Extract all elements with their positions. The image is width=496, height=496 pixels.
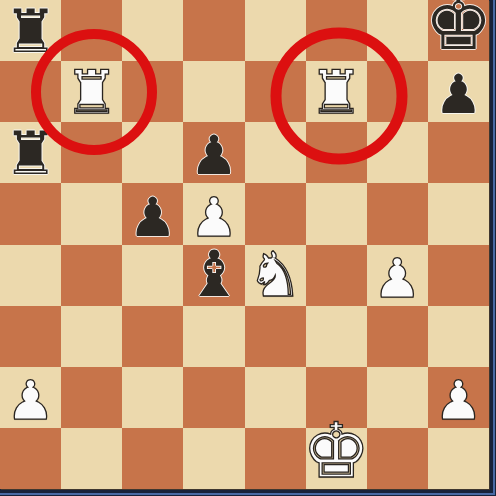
square-d6 <box>183 122 244 183</box>
square-b6 <box>61 122 122 183</box>
square-b5 <box>61 183 122 244</box>
square-f8 <box>306 0 367 61</box>
square-d5 <box>183 183 244 244</box>
square-g8 <box>367 0 428 61</box>
square-b4 <box>61 245 122 306</box>
board-frame: ♜♚♜♜♟♜♟♟♟♝♞♟♟♟♚ <box>0 0 496 496</box>
square-d1 <box>183 428 244 489</box>
square-f2 <box>306 367 367 428</box>
square-h1 <box>428 428 489 489</box>
square-g2 <box>367 367 428 428</box>
square-f4 <box>306 245 367 306</box>
square-d2 <box>183 367 244 428</box>
square-f7 <box>306 61 367 122</box>
square-g3 <box>367 306 428 367</box>
square-c1 <box>122 428 183 489</box>
square-g4 <box>367 245 428 306</box>
square-g7 <box>367 61 428 122</box>
square-e4 <box>245 245 306 306</box>
square-b8 <box>61 0 122 61</box>
square-e6 <box>245 122 306 183</box>
square-d3 <box>183 306 244 367</box>
square-b7 <box>61 61 122 122</box>
square-a2 <box>0 367 61 428</box>
square-b2 <box>61 367 122 428</box>
square-h6 <box>428 122 489 183</box>
square-e3 <box>245 306 306 367</box>
square-f6 <box>306 122 367 183</box>
square-e5 <box>245 183 306 244</box>
square-h3 <box>428 306 489 367</box>
square-h5 <box>428 183 489 244</box>
square-e8 <box>245 0 306 61</box>
square-f1 <box>306 428 367 489</box>
square-e1 <box>245 428 306 489</box>
square-e2 <box>245 367 306 428</box>
square-c6 <box>122 122 183 183</box>
square-d7 <box>183 61 244 122</box>
square-c3 <box>122 306 183 367</box>
square-h7 <box>428 61 489 122</box>
square-c5 <box>122 183 183 244</box>
square-b1 <box>61 428 122 489</box>
square-e7 <box>245 61 306 122</box>
square-a6 <box>0 122 61 183</box>
square-c2 <box>122 367 183 428</box>
square-f3 <box>306 306 367 367</box>
square-d8 <box>183 0 244 61</box>
square-c4 <box>122 245 183 306</box>
square-d4 <box>183 245 244 306</box>
square-h8 <box>428 0 489 61</box>
square-a7 <box>0 61 61 122</box>
square-c7 <box>122 61 183 122</box>
square-a4 <box>0 245 61 306</box>
square-g1 <box>367 428 428 489</box>
square-a3 <box>0 306 61 367</box>
square-b3 <box>61 306 122 367</box>
square-c8 <box>122 0 183 61</box>
square-h2 <box>428 367 489 428</box>
square-a8 <box>0 0 61 61</box>
square-g6 <box>367 122 428 183</box>
square-g5 <box>367 183 428 244</box>
square-f5 <box>306 183 367 244</box>
chess-board <box>0 0 489 489</box>
square-a5 <box>0 183 61 244</box>
square-a1 <box>0 428 61 489</box>
square-h4 <box>428 245 489 306</box>
